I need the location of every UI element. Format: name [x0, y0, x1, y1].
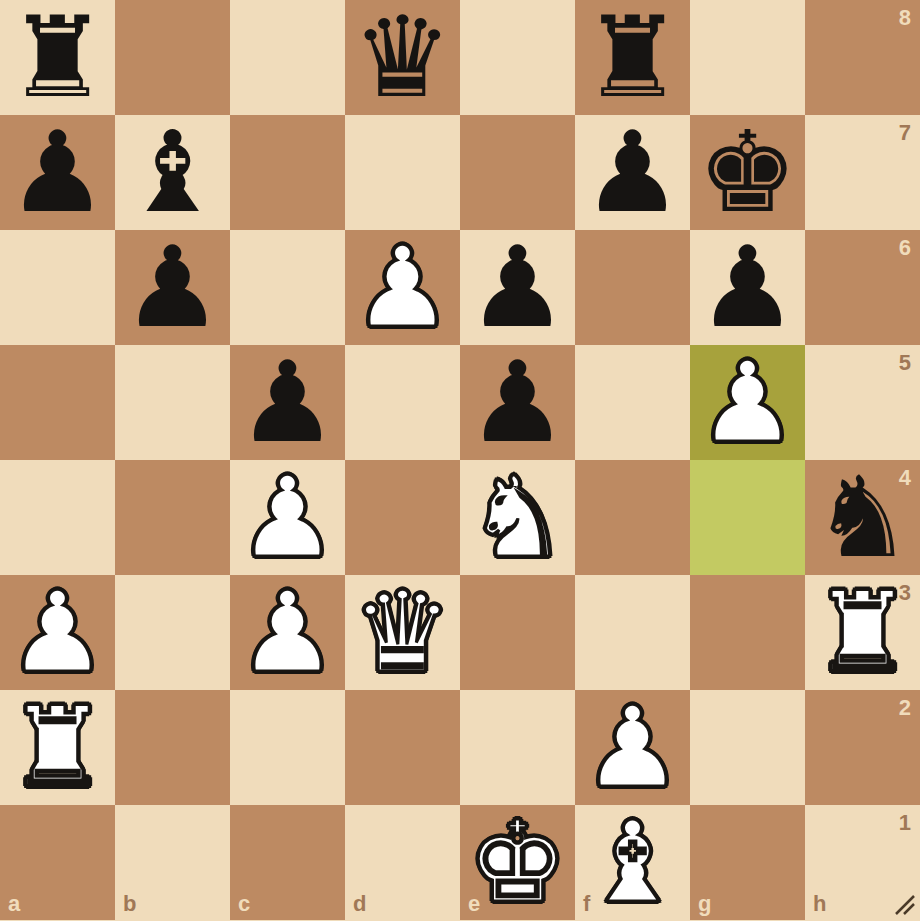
- square-d6[interactable]: ♟︎: [345, 230, 460, 345]
- square-g3[interactable]: [690, 575, 805, 690]
- rank-label-1: 1: [899, 810, 911, 836]
- file-label-d: d: [353, 891, 366, 917]
- rank-label-6: 6: [899, 235, 911, 261]
- square-e8[interactable]: [460, 0, 575, 115]
- square-a8[interactable]: ♜︎: [0, 0, 115, 115]
- black-pawn[interactable]: ♟︎: [575, 115, 690, 230]
- black-pawn[interactable]: ♟︎: [230, 345, 345, 460]
- square-e2[interactable]: [460, 690, 575, 805]
- square-h8[interactable]: 8: [805, 0, 920, 115]
- resize-icon: [892, 892, 918, 918]
- square-g1[interactable]: g: [690, 805, 805, 920]
- square-c6[interactable]: [230, 230, 345, 345]
- black-knight[interactable]: ♞︎: [805, 460, 920, 575]
- square-b6[interactable]: ♟︎: [115, 230, 230, 345]
- chess-board: ♜︎♛︎♜︎8♟︎♝︎♟︎♚︎7♟︎♟︎♟︎♟︎6♟︎♟︎♟︎5♟︎♞︎4♞︎♟…: [0, 0, 920, 920]
- square-c7[interactable]: [230, 115, 345, 230]
- square-b3[interactable]: [115, 575, 230, 690]
- black-queen[interactable]: ♛︎: [345, 0, 460, 115]
- black-king[interactable]: ♚︎: [690, 115, 805, 230]
- square-g6[interactable]: ♟︎: [690, 230, 805, 345]
- white-bishop[interactable]: ♝︎: [575, 805, 690, 920]
- file-label-g: g: [698, 891, 711, 917]
- file-label-c: c: [238, 891, 250, 917]
- square-a5[interactable]: [0, 345, 115, 460]
- white-pawn[interactable]: ♟︎: [690, 345, 805, 460]
- black-pawn[interactable]: ♟︎: [0, 115, 115, 230]
- square-a6[interactable]: [0, 230, 115, 345]
- square-c2[interactable]: [230, 690, 345, 805]
- square-e7[interactable]: [460, 115, 575, 230]
- square-d7[interactable]: [345, 115, 460, 230]
- black-rook[interactable]: ♜︎: [0, 0, 115, 115]
- rank-label-2: 2: [899, 695, 911, 721]
- square-a1[interactable]: a: [0, 805, 115, 920]
- black-pawn[interactable]: ♟︎: [460, 230, 575, 345]
- file-label-b: b: [123, 891, 136, 917]
- square-c5[interactable]: ♟︎: [230, 345, 345, 460]
- square-d4[interactable]: [345, 460, 460, 575]
- square-h3[interactable]: 3♜︎: [805, 575, 920, 690]
- square-h5[interactable]: 5: [805, 345, 920, 460]
- square-f6[interactable]: [575, 230, 690, 345]
- file-label-h: h: [813, 891, 826, 917]
- square-c3[interactable]: ♟︎: [230, 575, 345, 690]
- square-g5[interactable]: ♟︎: [690, 345, 805, 460]
- square-f7[interactable]: ♟︎: [575, 115, 690, 230]
- white-knight[interactable]: ♞︎: [460, 460, 575, 575]
- square-b1[interactable]: b: [115, 805, 230, 920]
- square-b4[interactable]: [115, 460, 230, 575]
- square-h6[interactable]: 6: [805, 230, 920, 345]
- square-a2[interactable]: ♜︎: [0, 690, 115, 805]
- square-b7[interactable]: ♝︎: [115, 115, 230, 230]
- square-g2[interactable]: [690, 690, 805, 805]
- white-rook[interactable]: ♜︎: [805, 575, 920, 690]
- square-e5[interactable]: ♟︎: [460, 345, 575, 460]
- square-h4[interactable]: 4♞︎: [805, 460, 920, 575]
- black-rook[interactable]: ♜︎: [575, 0, 690, 115]
- square-c8[interactable]: [230, 0, 345, 115]
- white-pawn[interactable]: ♟︎: [345, 230, 460, 345]
- black-pawn[interactable]: ♟︎: [115, 230, 230, 345]
- square-f8[interactable]: ♜︎: [575, 0, 690, 115]
- rank-label-5: 5: [899, 350, 911, 376]
- black-pawn[interactable]: ♟︎: [690, 230, 805, 345]
- square-e6[interactable]: ♟︎: [460, 230, 575, 345]
- black-bishop[interactable]: ♝︎: [115, 115, 230, 230]
- square-b5[interactable]: [115, 345, 230, 460]
- white-rook[interactable]: ♜︎: [0, 690, 115, 805]
- square-c1[interactable]: c: [230, 805, 345, 920]
- square-a7[interactable]: ♟︎: [0, 115, 115, 230]
- square-g4[interactable]: [690, 460, 805, 575]
- square-h2[interactable]: 2: [805, 690, 920, 805]
- rank-label-8: 8: [899, 5, 911, 31]
- square-d3[interactable]: ♛︎: [345, 575, 460, 690]
- square-b8[interactable]: [115, 0, 230, 115]
- file-label-a: a: [8, 891, 20, 917]
- square-a4[interactable]: [0, 460, 115, 575]
- white-pawn[interactable]: ♟︎: [230, 575, 345, 690]
- square-g8[interactable]: [690, 0, 805, 115]
- white-queen[interactable]: ♛︎: [345, 575, 460, 690]
- square-g7[interactable]: ♚︎: [690, 115, 805, 230]
- white-pawn[interactable]: ♟︎: [575, 690, 690, 805]
- square-f5[interactable]: [575, 345, 690, 460]
- square-c4[interactable]: ♟︎: [230, 460, 345, 575]
- square-e1[interactable]: e♚︎: [460, 805, 575, 920]
- square-b2[interactable]: [115, 690, 230, 805]
- board-resize-handle[interactable]: [892, 892, 918, 918]
- square-e3[interactable]: [460, 575, 575, 690]
- square-d1[interactable]: d: [345, 805, 460, 920]
- square-h7[interactable]: 7: [805, 115, 920, 230]
- square-f2[interactable]: ♟︎: [575, 690, 690, 805]
- square-d2[interactable]: [345, 690, 460, 805]
- square-f3[interactable]: [575, 575, 690, 690]
- white-pawn[interactable]: ♟︎: [0, 575, 115, 690]
- square-e4[interactable]: ♞︎: [460, 460, 575, 575]
- white-king[interactable]: ♚︎: [460, 805, 575, 920]
- square-f4[interactable]: [575, 460, 690, 575]
- white-pawn[interactable]: ♟︎: [230, 460, 345, 575]
- square-f1[interactable]: f♝︎: [575, 805, 690, 920]
- black-pawn[interactable]: ♟︎: [460, 345, 575, 460]
- rank-label-7: 7: [899, 120, 911, 146]
- square-d5[interactable]: [345, 345, 460, 460]
- square-a3[interactable]: ♟︎: [0, 575, 115, 690]
- square-d8[interactable]: ♛︎: [345, 0, 460, 115]
